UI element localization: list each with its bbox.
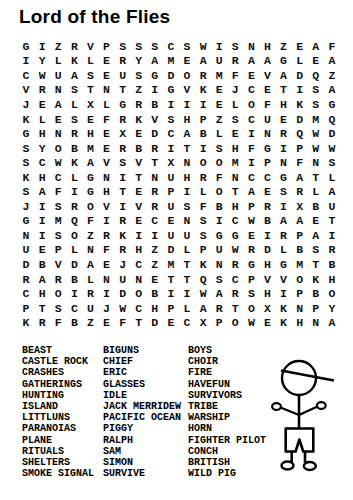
grid-cell[interactable]: N	[98, 83, 114, 98]
grid-cell[interactable]: W	[195, 286, 211, 301]
grid-cell[interactable]: S	[195, 228, 211, 243]
grid-cell[interactable]: N	[308, 315, 324, 330]
grid-cell[interactable]: T	[308, 170, 324, 185]
grid-cell[interactable]: N	[211, 257, 227, 272]
grid-cell[interactable]: J	[18, 199, 34, 214]
grid-cell[interactable]: S	[18, 141, 34, 156]
grid-cell[interactable]: U	[115, 272, 131, 287]
grid-cell[interactable]: Y	[131, 54, 147, 69]
grid-cell[interactable]: E	[147, 272, 163, 287]
grid-cell[interactable]: F	[259, 97, 275, 112]
grid-cell[interactable]: P	[308, 301, 324, 316]
grid-cell[interactable]: I	[34, 228, 50, 243]
grid-cell[interactable]: R	[292, 184, 308, 199]
grid-cell[interactable]: A	[324, 184, 340, 199]
grid-cell[interactable]: S	[66, 112, 82, 127]
grid-cell[interactable]: E	[82, 112, 98, 127]
grid-cell[interactable]: E	[292, 39, 308, 54]
grid-cell[interactable]: H	[179, 112, 195, 127]
grid-cell[interactable]: O	[243, 97, 259, 112]
grid-cell[interactable]: H	[179, 170, 195, 185]
grid-cell[interactable]: K	[131, 112, 147, 127]
grid-cell[interactable]: I	[243, 126, 259, 141]
grid-cell[interactable]: I	[66, 286, 82, 301]
grid-cell[interactable]: R	[66, 126, 82, 141]
grid-cell[interactable]: V	[82, 39, 98, 54]
grid-cell[interactable]: P	[18, 301, 34, 316]
grid-cell[interactable]: R	[82, 286, 98, 301]
grid-cell[interactable]: E	[259, 83, 275, 98]
grid-cell[interactable]: P	[195, 112, 211, 127]
grid-cell[interactable]: I	[211, 39, 227, 54]
grid-cell[interactable]: I	[34, 214, 50, 229]
grid-cell[interactable]: I	[276, 199, 292, 214]
grid-cell[interactable]: E	[131, 214, 147, 229]
grid-cell[interactable]: I	[163, 286, 179, 301]
grid-cell[interactable]: M	[211, 68, 227, 83]
grid-cell[interactable]: B	[211, 199, 227, 214]
grid-cell[interactable]: D	[163, 243, 179, 258]
grid-cell[interactable]: B	[147, 286, 163, 301]
grid-cell[interactable]: P	[243, 272, 259, 287]
grid-cell[interactable]: I	[195, 141, 211, 156]
grid-cell[interactable]: J	[98, 301, 114, 316]
grid-cell[interactable]: V	[98, 155, 114, 170]
grid-cell[interactable]: A	[195, 301, 211, 316]
grid-cell[interactable]: E	[308, 54, 324, 69]
grid-cell[interactable]: E	[98, 126, 114, 141]
grid-cell[interactable]: Z	[82, 228, 98, 243]
grid-cell[interactable]: O	[324, 286, 340, 301]
grid-cell[interactable]: S	[227, 39, 243, 54]
grid-cell[interactable]: I	[324, 228, 340, 243]
grid-cell[interactable]: P	[163, 301, 179, 316]
grid-cell[interactable]: T	[227, 184, 243, 199]
grid-cell[interactable]: N	[259, 126, 275, 141]
grid-cell[interactable]: A	[324, 54, 340, 69]
grid-cell[interactable]: E	[163, 315, 179, 330]
grid-cell[interactable]: S	[195, 214, 211, 229]
grid-cell[interactable]: I	[131, 228, 147, 243]
grid-cell[interactable]: V	[259, 272, 275, 287]
grid-cell[interactable]: G	[163, 83, 179, 98]
grid-cell[interactable]: K	[115, 228, 131, 243]
grid-cell[interactable]: F	[115, 315, 131, 330]
grid-cell[interactable]: X	[115, 126, 131, 141]
grid-cell[interactable]: E	[308, 214, 324, 229]
grid-cell[interactable]: C	[131, 301, 147, 316]
grid-cell[interactable]: S	[115, 39, 131, 54]
grid-cell[interactable]: C	[243, 83, 259, 98]
grid-cell[interactable]: H	[131, 243, 147, 258]
grid-cell[interactable]: R	[227, 286, 243, 301]
grid-cell[interactable]: K	[195, 83, 211, 98]
grid-cell[interactable]: O	[243, 301, 259, 316]
grid-cell[interactable]: E	[211, 83, 227, 98]
grid-cell[interactable]: W	[115, 301, 131, 316]
grid-cell[interactable]: A	[243, 54, 259, 69]
grid-cell[interactable]: S	[243, 286, 259, 301]
grid-cell[interactable]: T	[131, 170, 147, 185]
grid-cell[interactable]: B	[147, 97, 163, 112]
grid-cell[interactable]: C	[179, 315, 195, 330]
grid-cell[interactable]: S	[308, 83, 324, 98]
grid-cell[interactable]: A	[324, 83, 340, 98]
grid-cell[interactable]: X	[82, 97, 98, 112]
grid-cell[interactable]: I	[98, 286, 114, 301]
grid-cell[interactable]: W	[308, 126, 324, 141]
grid-cell[interactable]: K	[276, 301, 292, 316]
grid-cell[interactable]: Z	[82, 315, 98, 330]
grid-cell[interactable]: G	[18, 214, 34, 229]
grid-cell[interactable]: L	[66, 97, 82, 112]
grid-cell[interactable]: S	[50, 301, 66, 316]
grid-cell[interactable]: A	[147, 54, 163, 69]
grid-cell[interactable]: C	[243, 112, 259, 127]
grid-cell[interactable]: L	[34, 112, 50, 127]
grid-cell[interactable]: E	[179, 54, 195, 69]
grid-cell[interactable]: F	[292, 155, 308, 170]
grid-cell[interactable]: D	[163, 68, 179, 83]
grid-cell[interactable]: O	[227, 315, 243, 330]
grid-cell[interactable]: P	[98, 39, 114, 54]
grid-cell[interactable]: V	[131, 199, 147, 214]
grid-cell[interactable]: A	[276, 214, 292, 229]
grid-cell[interactable]: R	[147, 141, 163, 156]
grid-cell[interactable]: S	[179, 39, 195, 54]
grid-cell[interactable]: K	[66, 54, 82, 69]
grid-cell[interactable]: K	[195, 257, 211, 272]
grid-cell[interactable]: R	[115, 214, 131, 229]
grid-cell[interactable]: N	[276, 155, 292, 170]
grid-cell[interactable]: L	[195, 184, 211, 199]
grid-cell[interactable]: S	[82, 68, 98, 83]
grid-cell[interactable]: T	[179, 257, 195, 272]
grid-cell[interactable]: L	[179, 243, 195, 258]
grid-cell[interactable]: N	[147, 170, 163, 185]
grid-cell[interactable]: T	[276, 83, 292, 98]
grid-cell[interactable]: N	[98, 170, 114, 185]
grid-cell[interactable]: R	[66, 39, 82, 54]
grid-cell[interactable]: R	[115, 54, 131, 69]
grid-cell[interactable]: U	[324, 199, 340, 214]
grid-cell[interactable]: F	[50, 315, 66, 330]
grid-cell[interactable]: T	[324, 214, 340, 229]
grid-cell[interactable]: G	[82, 170, 98, 185]
grid-cell[interactable]: A	[243, 184, 259, 199]
grid-cell[interactable]: R	[66, 199, 82, 214]
grid-cell[interactable]: G	[276, 170, 292, 185]
grid-cell[interactable]: R	[131, 97, 147, 112]
grid-cell[interactable]: X	[195, 315, 211, 330]
grid-cell[interactable]: D	[66, 257, 82, 272]
grid-cell[interactable]: O	[131, 286, 147, 301]
grid-cell[interactable]: C	[34, 155, 50, 170]
grid-cell[interactable]: S	[50, 199, 66, 214]
grid-cell[interactable]: F	[211, 170, 227, 185]
grid-cell[interactable]: U	[163, 228, 179, 243]
grid-cell[interactable]: O	[195, 155, 211, 170]
grid-cell[interactable]: S	[276, 184, 292, 199]
grid-cell[interactable]: S	[147, 39, 163, 54]
grid-cell[interactable]: X	[259, 301, 275, 316]
grid-cell[interactable]: T	[115, 83, 131, 98]
grid-cell[interactable]: R	[147, 184, 163, 199]
grid-cell[interactable]: N	[82, 243, 98, 258]
grid-cell[interactable]: E	[98, 141, 114, 156]
grid-cell[interactable]: P	[211, 315, 227, 330]
grid-cell[interactable]: Q	[66, 214, 82, 229]
grid-cell[interactable]: K	[18, 170, 34, 185]
grid-cell[interactable]: S	[50, 228, 66, 243]
grid-cell[interactable]: U	[179, 228, 195, 243]
grid-cell[interactable]: I	[98, 214, 114, 229]
grid-cell[interactable]: O	[211, 155, 227, 170]
grid-cell[interactable]: N	[243, 39, 259, 54]
grid-cell[interactable]: B	[308, 199, 324, 214]
grid-cell[interactable]: A	[50, 97, 66, 112]
grid-cell[interactable]: V	[259, 68, 275, 83]
grid-cell[interactable]: T	[115, 184, 131, 199]
grid-cell[interactable]: T	[227, 301, 243, 316]
grid-cell[interactable]: R	[147, 199, 163, 214]
grid-cell[interactable]: D	[147, 315, 163, 330]
grid-cell[interactable]: E	[227, 126, 243, 141]
grid-cell[interactable]: M	[227, 155, 243, 170]
grid-cell[interactable]: I	[18, 54, 34, 69]
grid-cell[interactable]: B	[131, 141, 147, 156]
grid-cell[interactable]: R	[243, 243, 259, 258]
grid-cell[interactable]: E	[98, 54, 114, 69]
grid-cell[interactable]: Z	[276, 39, 292, 54]
grid-cell[interactable]: S	[131, 39, 147, 54]
grid-cell[interactable]: Z	[50, 39, 66, 54]
grid-cell[interactable]: C	[66, 301, 82, 316]
grid-cell[interactable]: F	[227, 68, 243, 83]
grid-cell[interactable]: I	[115, 170, 131, 185]
grid-cell[interactable]: C	[227, 214, 243, 229]
grid-cell[interactable]: S	[131, 68, 147, 83]
grid-cell[interactable]: G	[324, 97, 340, 112]
grid-cell[interactable]: G	[211, 228, 227, 243]
grid-cell[interactable]: E	[98, 68, 114, 83]
grid-cell[interactable]: N	[292, 301, 308, 316]
grid-cell[interactable]: A	[211, 286, 227, 301]
grid-cell[interactable]: R	[115, 112, 131, 127]
grid-cell[interactable]: P	[292, 286, 308, 301]
grid-cell[interactable]: F	[195, 199, 211, 214]
grid-cell[interactable]: T	[179, 141, 195, 156]
grid-cell[interactable]: A	[82, 257, 98, 272]
grid-cell[interactable]: B	[259, 214, 275, 229]
grid-cell[interactable]: R	[259, 199, 275, 214]
grid-cell[interactable]: R	[227, 257, 243, 272]
grid-cell[interactable]: U	[50, 68, 66, 83]
grid-cell[interactable]: H	[259, 257, 275, 272]
grid-cell[interactable]: I	[211, 214, 227, 229]
grid-cell[interactable]: F	[82, 214, 98, 229]
grid-cell[interactable]: T	[163, 272, 179, 287]
grid-cell[interactable]: E	[259, 184, 275, 199]
grid-cell[interactable]: L	[50, 54, 66, 69]
grid-cell[interactable]: L	[308, 184, 324, 199]
grid-cell[interactable]: E	[131, 184, 147, 199]
grid-cell[interactable]: M	[50, 214, 66, 229]
grid-cell[interactable]: W	[50, 155, 66, 170]
grid-cell[interactable]: O	[66, 228, 82, 243]
grid-cell[interactable]: V	[276, 272, 292, 287]
grid-cell[interactable]: H	[34, 126, 50, 141]
grid-cell[interactable]: S	[211, 141, 227, 156]
grid-cell[interactable]: L	[211, 126, 227, 141]
grid-cell[interactable]: S	[179, 199, 195, 214]
grid-cell[interactable]: A	[195, 54, 211, 69]
grid-cell[interactable]: F	[98, 112, 114, 127]
grid-cell[interactable]: B	[34, 257, 50, 272]
grid-cell[interactable]: V	[131, 155, 147, 170]
grid-cell[interactable]: O	[82, 199, 98, 214]
grid-cell[interactable]: O	[179, 68, 195, 83]
grid-cell[interactable]: R	[276, 228, 292, 243]
grid-cell[interactable]: L	[98, 97, 114, 112]
grid-cell[interactable]: L	[324, 170, 340, 185]
grid-cell[interactable]: T	[147, 155, 163, 170]
grid-cell[interactable]: E	[98, 315, 114, 330]
grid-cell[interactable]: A	[34, 184, 50, 199]
grid-cell[interactable]: S	[308, 243, 324, 258]
grid-cell[interactable]: I	[147, 83, 163, 98]
grid-cell[interactable]: R	[50, 272, 66, 287]
grid-cell[interactable]: N	[50, 83, 66, 98]
grid-cell[interactable]: X	[292, 199, 308, 214]
grid-cell[interactable]: L	[276, 243, 292, 258]
grid-cell[interactable]: R	[98, 228, 114, 243]
grid-cell[interactable]: V	[179, 83, 195, 98]
grid-cell[interactable]: A	[276, 68, 292, 83]
grid-cell[interactable]: G	[147, 68, 163, 83]
grid-cell[interactable]: T	[131, 315, 147, 330]
grid-cell[interactable]: Z	[211, 112, 227, 127]
grid-cell[interactable]: H	[34, 286, 50, 301]
grid-cell[interactable]: M	[163, 54, 179, 69]
grid-cell[interactable]: H	[227, 141, 243, 156]
grid-cell[interactable]: G	[276, 54, 292, 69]
grid-cell[interactable]: U	[163, 199, 179, 214]
grid-cell[interactable]: H	[147, 301, 163, 316]
grid-cell[interactable]: I	[147, 228, 163, 243]
grid-cell[interactable]: L	[82, 54, 98, 69]
grid-cell[interactable]: C	[227, 272, 243, 287]
grid-cell[interactable]: I	[179, 97, 195, 112]
grid-cell[interactable]: D	[147, 126, 163, 141]
grid-cell[interactable]: T	[179, 272, 195, 287]
grid-cell[interactable]: S	[227, 112, 243, 127]
grid-cell[interactable]: D	[18, 257, 34, 272]
grid-cell[interactable]: R	[195, 68, 211, 83]
grid-cell[interactable]: C	[243, 170, 259, 185]
grid-cell[interactable]: L	[292, 54, 308, 69]
grid-cell[interactable]: P	[243, 199, 259, 214]
grid-cell[interactable]: K	[66, 155, 82, 170]
grid-cell[interactable]: A	[179, 126, 195, 141]
grid-cell[interactable]: Y	[34, 54, 50, 69]
grid-cell[interactable]: C	[259, 170, 275, 185]
grid-cell[interactable]: L	[227, 97, 243, 112]
grid-cell[interactable]: H	[259, 286, 275, 301]
grid-cell[interactable]: V	[18, 83, 34, 98]
grid-cell[interactable]: P	[163, 184, 179, 199]
grid-cell[interactable]: A	[292, 214, 308, 229]
grid-cell[interactable]: G	[227, 228, 243, 243]
grid-cell[interactable]: H	[324, 272, 340, 287]
grid-cell[interactable]: J	[227, 83, 243, 98]
grid-cell[interactable]: Q	[308, 68, 324, 83]
grid-cell[interactable]: A	[66, 68, 82, 83]
grid-cell[interactable]: B	[195, 126, 211, 141]
grid-cell[interactable]: K	[276, 315, 292, 330]
grid-cell[interactable]: S	[324, 155, 340, 170]
grid-cell[interactable]: E	[34, 97, 50, 112]
grid-cell[interactable]: Z	[147, 243, 163, 258]
grid-cell[interactable]: V	[98, 199, 114, 214]
grid-cell[interactable]: S	[211, 272, 227, 287]
grid-cell[interactable]: T	[34, 301, 50, 316]
grid-cell[interactable]: N	[98, 272, 114, 287]
grid-cell[interactable]: W	[243, 214, 259, 229]
grid-cell[interactable]: A	[82, 155, 98, 170]
grid-cell[interactable]: M	[82, 141, 98, 156]
grid-cell[interactable]: K	[292, 97, 308, 112]
grid-cell[interactable]: L	[66, 243, 82, 258]
grid-cell[interactable]: I	[163, 141, 179, 156]
grid-cell[interactable]: G	[259, 141, 275, 156]
grid-cell[interactable]: E	[211, 97, 227, 112]
grid-cell[interactable]: B	[308, 286, 324, 301]
grid-cell[interactable]: E	[276, 112, 292, 127]
grid-cell[interactable]: I	[115, 199, 131, 214]
grid-cell[interactable]: D	[324, 126, 340, 141]
grid-cell[interactable]: C	[18, 68, 34, 83]
grid-cell[interactable]: E	[131, 126, 147, 141]
grid-cell[interactable]: W	[195, 39, 211, 54]
grid-cell[interactable]: N	[179, 155, 195, 170]
grid-cell[interactable]: J	[18, 97, 34, 112]
grid-cell[interactable]: N	[227, 170, 243, 185]
grid-cell[interactable]: S	[18, 155, 34, 170]
grid-cell[interactable]: S	[66, 83, 82, 98]
grid-cell[interactable]: H	[276, 97, 292, 112]
grid-cell[interactable]: N	[18, 228, 34, 243]
grid-cell[interactable]: K	[18, 112, 34, 127]
grid-cell[interactable]: E	[259, 315, 275, 330]
grid-cell[interactable]: I	[195, 97, 211, 112]
grid-cell[interactable]: R	[115, 141, 131, 156]
grid-cell[interactable]: U	[211, 243, 227, 258]
grid-cell[interactable]: C	[18, 286, 34, 301]
grid-cell[interactable]: G	[276, 257, 292, 272]
grid-cell[interactable]: E	[163, 214, 179, 229]
grid-cell[interactable]: H	[292, 315, 308, 330]
grid-cell[interactable]: R	[34, 83, 50, 98]
grid-cell[interactable]: U	[115, 68, 131, 83]
grid-cell[interactable]: W	[308, 141, 324, 156]
grid-cell[interactable]: N	[131, 272, 147, 287]
grid-cell[interactable]: O	[50, 141, 66, 156]
grid-cell[interactable]: C	[163, 126, 179, 141]
grid-cell[interactable]: S	[163, 112, 179, 127]
grid-cell[interactable]: I	[276, 286, 292, 301]
grid-cell[interactable]: V	[50, 257, 66, 272]
